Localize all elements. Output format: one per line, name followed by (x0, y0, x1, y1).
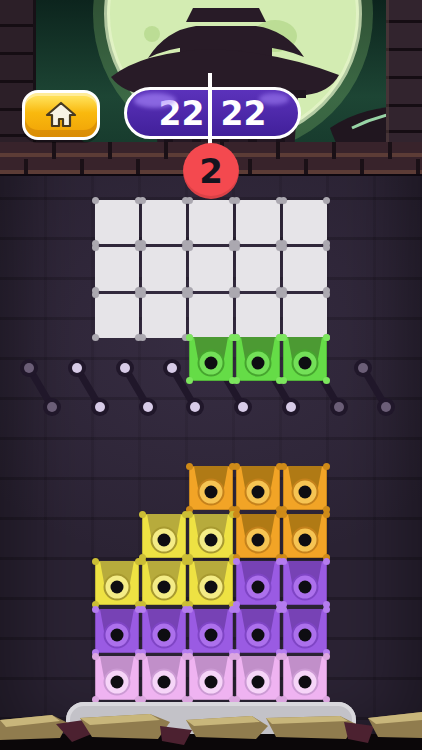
corner-dot (233, 653, 240, 660)
block-eye-pupil (205, 629, 218, 642)
column-indicator-line (208, 73, 212, 151)
block-eye-pupil (252, 581, 265, 594)
corner-dot (280, 463, 287, 470)
block-yellow[interactable] (95, 561, 139, 605)
block-eye-pupil (252, 676, 265, 689)
home-icon (44, 100, 78, 130)
corner-dot (233, 558, 240, 565)
block-eye-pupil (252, 486, 265, 499)
block-eye-pupil (111, 581, 124, 594)
corner-dot (280, 511, 287, 518)
corner-dot (139, 511, 146, 518)
right-pillar (386, 0, 422, 154)
block-eye-pupil (158, 676, 171, 689)
corner-dot (233, 463, 240, 470)
corner-dot (323, 463, 330, 470)
block-eye-pupil (111, 676, 124, 689)
block-eye-pupil (252, 629, 265, 642)
block-pink[interactable] (142, 656, 186, 700)
count-badge: 2 (183, 143, 239, 199)
block-pink[interactable] (95, 656, 139, 700)
block-orange[interactable] (189, 466, 233, 510)
corner-dot (92, 606, 99, 613)
block-yellow[interactable] (189, 561, 233, 605)
block-orange[interactable] (283, 514, 327, 558)
corner-dot (323, 558, 330, 565)
corner-dot (280, 606, 287, 613)
block-pink[interactable] (236, 656, 280, 700)
block-eye-pupil (252, 534, 265, 547)
corner-dot (92, 653, 99, 660)
block-orange[interactable] (283, 466, 327, 510)
corner-dot (233, 511, 240, 518)
block-eye-pupil (158, 534, 171, 547)
corner-dot (139, 558, 146, 565)
corner-dot (186, 558, 193, 565)
corner-dot (280, 653, 287, 660)
count-badge-value: 2 (199, 151, 223, 191)
corner-dot (280, 558, 287, 565)
score-right-value: 22 (221, 94, 267, 133)
score-left-value: 22 (159, 94, 205, 133)
block-purple[interactable] (142, 609, 186, 653)
block-eye-pupil (205, 581, 218, 594)
score-display: 22 22 (124, 87, 301, 139)
block-eye-pupil (205, 534, 218, 547)
corner-dot (186, 653, 193, 660)
block-purple[interactable] (236, 609, 280, 653)
corner-dot (323, 606, 330, 613)
corner-dot (186, 463, 193, 470)
block-purple[interactable] (95, 609, 139, 653)
corner-dot (186, 511, 193, 518)
corner-dot (139, 653, 146, 660)
corner-dot (92, 558, 99, 565)
block-yellow[interactable] (142, 514, 186, 558)
block-pink[interactable] (189, 656, 233, 700)
block-eye-pupil (158, 629, 171, 642)
corner-dot (186, 606, 193, 613)
corner-dot (139, 606, 146, 613)
rubble-rocks (0, 706, 422, 750)
block-eye-pupil (299, 534, 312, 547)
block-purple[interactable] (189, 609, 233, 653)
game-screen: 22 22 2 (0, 0, 422, 750)
corner-dot (323, 511, 330, 518)
block-orange[interactable] (236, 466, 280, 510)
block-purple[interactable] (236, 561, 280, 605)
block-eye-pupil (299, 486, 312, 499)
block-yellow[interactable] (142, 561, 186, 605)
block-eye-pupil (299, 676, 312, 689)
block-eye-pupil (299, 629, 312, 642)
block-purple[interactable] (283, 609, 327, 653)
corner-dot (233, 606, 240, 613)
block-eye-pupil (299, 581, 312, 594)
block-orange[interactable] (236, 514, 280, 558)
corner-dot (323, 653, 330, 660)
block-eye-pupil (205, 676, 218, 689)
block-eye-pupil (111, 629, 124, 642)
block-eye-pupil (205, 486, 218, 499)
block-eye-pupil (158, 581, 171, 594)
home-button[interactable] (22, 90, 100, 140)
block-pink[interactable] (283, 656, 327, 700)
block-yellow[interactable] (189, 514, 233, 558)
block-purple[interactable] (283, 561, 327, 605)
